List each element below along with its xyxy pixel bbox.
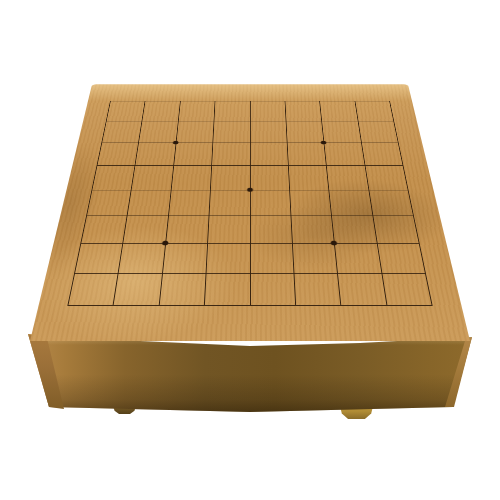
board-cell[interactable]	[173, 142, 212, 165]
board-cell[interactable]	[123, 215, 168, 243]
board-cell[interactable]	[106, 101, 145, 121]
board-cell[interactable]	[86, 190, 131, 216]
board-cell[interactable]	[135, 142, 176, 165]
board-cell[interactable]	[67, 273, 118, 305]
board-cell[interactable]	[285, 101, 322, 121]
board-cell[interactable]	[331, 215, 376, 243]
board-cell[interactable]	[138, 121, 177, 142]
board-cell[interactable]	[337, 273, 386, 305]
board-cell[interactable]	[131, 165, 173, 189]
board-cell[interactable]	[250, 273, 296, 305]
board-cell[interactable]	[127, 190, 171, 216]
board-cell[interactable]	[142, 101, 180, 121]
board-cell[interactable]	[162, 243, 207, 273]
board-cell[interactable]	[209, 190, 250, 216]
board-cell[interactable]	[206, 243, 250, 273]
board-cell[interactable]	[368, 190, 413, 216]
board-cell[interactable]	[290, 215, 334, 243]
goban-top-face	[30, 84, 470, 341]
board-cell[interactable]	[213, 121, 250, 142]
board-cell[interactable]	[381, 273, 431, 305]
board-cell[interactable]	[250, 101, 286, 121]
board-cell[interactable]	[92, 165, 135, 189]
board-cell[interactable]	[118, 243, 165, 273]
board-cell[interactable]	[250, 243, 294, 273]
board-cell[interactable]	[376, 243, 424, 273]
board-cell[interactable]	[288, 165, 329, 189]
board-cell[interactable]	[250, 121, 287, 142]
board-cell[interactable]	[364, 165, 407, 189]
board-cell[interactable]	[211, 142, 249, 165]
board-cell[interactable]	[361, 142, 403, 165]
board-cell[interactable]	[324, 142, 365, 165]
board-cell[interactable]	[293, 273, 340, 305]
board-cell[interactable]	[171, 165, 212, 189]
board-cell[interactable]	[250, 165, 289, 189]
board-cell[interactable]	[74, 243, 123, 273]
board-cell[interactable]	[326, 165, 368, 189]
board-cell[interactable]	[159, 273, 206, 305]
board-cell[interactable]	[292, 243, 337, 273]
board-cell[interactable]	[214, 101, 250, 121]
board-cell[interactable]	[250, 215, 292, 243]
board-cell[interactable]	[80, 215, 127, 243]
board-cell[interactable]	[210, 165, 250, 189]
board-cell[interactable]	[287, 142, 326, 165]
board-cell[interactable]	[178, 101, 215, 121]
board-cell[interactable]	[101, 121, 141, 142]
board-cell[interactable]	[319, 101, 357, 121]
board-cell[interactable]	[286, 121, 324, 142]
board-cell[interactable]	[207, 215, 249, 243]
board-cell[interactable]	[329, 190, 373, 216]
star-point	[331, 241, 338, 246]
board-cell[interactable]	[250, 142, 288, 165]
board-cell[interactable]	[289, 190, 331, 216]
board-cell[interactable]	[354, 101, 393, 121]
star-point	[247, 188, 253, 192]
board-cell[interactable]	[372, 215, 419, 243]
go-grid[interactable]	[67, 101, 432, 306]
board-cell[interactable]	[168, 190, 210, 216]
board-cell[interactable]	[250, 190, 291, 216]
board-cell[interactable]	[204, 273, 250, 305]
board-cell[interactable]	[357, 121, 397, 142]
goban-front-face	[0, 334, 500, 412]
photo-canvas	[0, 0, 500, 500]
board-cell[interactable]	[165, 215, 209, 243]
board-cell[interactable]	[321, 121, 360, 142]
star-point	[321, 141, 327, 144]
board-cell[interactable]	[334, 243, 381, 273]
board-cell[interactable]	[97, 142, 139, 165]
board-cell[interactable]	[176, 121, 214, 142]
board-cell[interactable]	[113, 273, 162, 305]
